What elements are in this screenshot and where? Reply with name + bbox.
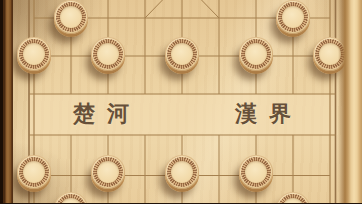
piece-face-down[interactable] [17,155,51,189]
xiangqi-board: 楚河 漢界 [0,0,362,203]
piece-inner [171,43,193,65]
piece-face-down[interactable] [54,0,88,34]
piece-layer [16,0,349,203]
piece-inner [171,161,193,183]
piece-inner [282,6,304,28]
piece-inner [245,43,267,65]
piece-face-down[interactable] [91,37,125,71]
piece-face-down[interactable] [276,0,310,34]
piece-face-down[interactable] [239,37,273,71]
piece-inner [23,43,45,65]
piece-inner [97,43,119,65]
piece-face-down[interactable] [276,192,310,204]
piece-face-down[interactable] [91,155,125,189]
board-right-rail [338,0,362,203]
piece-inner [245,161,267,183]
piece-inner [97,161,119,183]
piece-face-down[interactable] [54,192,88,204]
piece-face-down[interactable] [17,37,51,71]
piece-face-down[interactable] [239,155,273,189]
piece-face-down[interactable] [165,155,199,189]
piece-inner [60,6,82,28]
piece-face-down[interactable] [165,37,199,71]
board-left-rail [0,0,13,203]
piece-inner [23,161,45,183]
